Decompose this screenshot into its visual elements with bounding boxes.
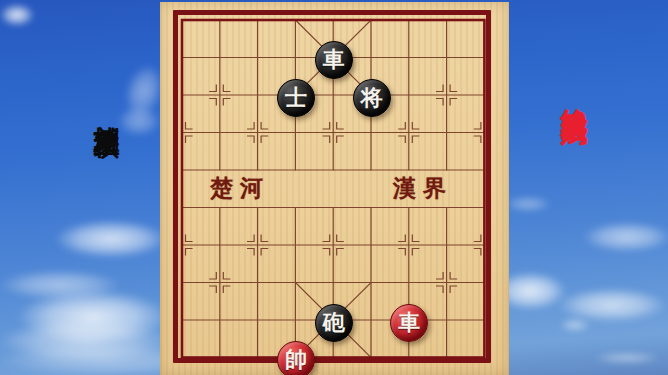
piece-black-advisor[interactable]: 士: [277, 79, 315, 117]
cloud: [55, 220, 167, 258]
channel-title: 刘博主象棋: [90, 104, 125, 114]
piece-glyph: 将: [361, 80, 383, 116]
cloud: [505, 196, 551, 212]
cloud: [594, 352, 660, 364]
cloud: [0, 4, 34, 26]
piece-black-cannon[interactable]: 砲: [315, 304, 353, 342]
piece-red-general[interactable]: 帥: [277, 341, 315, 375]
cloud: [560, 318, 590, 332]
river-label-chu: 楚河: [210, 173, 270, 204]
piece-glyph: 車: [398, 305, 420, 341]
xiangqi-board: 楚河 漢界 車士将砲車帥: [160, 2, 509, 375]
piece-glyph: 砲: [323, 305, 345, 341]
cloud: [558, 288, 666, 322]
video-frame: 刘博主象棋 绝妙实用残局 楚河 漢界 車士将砲車帥: [0, 0, 668, 375]
piece-red-chariot[interactable]: 車: [390, 304, 428, 342]
cloud: [583, 222, 668, 252]
piece-glyph: 車: [323, 42, 345, 78]
piece-glyph: 士: [285, 80, 307, 116]
river-label-han: 漢界: [393, 173, 453, 204]
piece-black-chariot[interactable]: 車: [315, 41, 353, 79]
piece-glyph: 帥: [285, 342, 307, 375]
endgame-caption: 绝妙实用残局: [556, 86, 592, 101]
piece-black-general[interactable]: 将: [353, 79, 391, 117]
